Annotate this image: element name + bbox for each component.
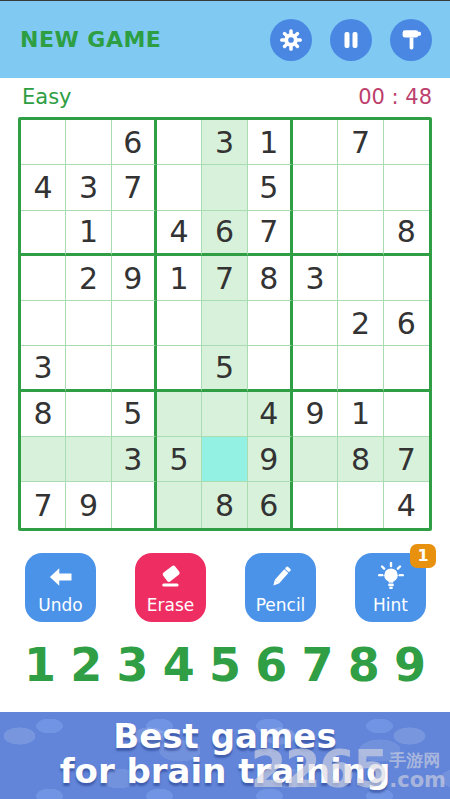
sudoku-cell-r8c2[interactable] — [66, 437, 111, 482]
sudoku-cell-r5c1[interactable] — [21, 301, 66, 346]
sudoku-cell-r3c2[interactable]: 1 — [66, 211, 111, 256]
erase-label: Erase — [147, 595, 194, 615]
sudoku-cell-r6c6[interactable] — [248, 346, 293, 391]
sudoku-cell-r1c5[interactable]: 3 — [202, 120, 247, 165]
sudoku-cell-r1c4[interactable] — [157, 120, 202, 165]
app-screen: NEW GAME — [0, 0, 450, 799]
undo-arrow-icon — [47, 561, 75, 593]
sudoku-cell-r5c2[interactable] — [66, 301, 111, 346]
sudoku-cell-r7c4[interactable] — [157, 392, 202, 437]
sudoku-cell-r2c6[interactable]: 5 — [248, 165, 293, 210]
hint-button[interactable]: 1 Hint — [355, 553, 426, 622]
sudoku-cell-r7c6[interactable]: 4 — [248, 392, 293, 437]
numpad-2[interactable]: 2 — [70, 642, 102, 688]
sudoku-cell-r6c4[interactable] — [157, 346, 202, 391]
sudoku-cell-r7c1[interactable]: 8 — [21, 392, 66, 437]
new-game-button[interactable]: NEW GAME — [20, 27, 161, 52]
sudoku-cell-r2c5[interactable] — [202, 165, 247, 210]
sudoku-cell-r1c1[interactable] — [21, 120, 66, 165]
sudoku-cell-r5c7[interactable] — [293, 301, 338, 346]
sudoku-cell-r2c1[interactable]: 4 — [21, 165, 66, 210]
sudoku-cell-r5c9[interactable]: 6 — [384, 301, 429, 346]
banner-line-1: Best games — [0, 719, 450, 754]
hint-badge: 1 — [410, 544, 436, 568]
gear-icon — [278, 27, 304, 53]
topbar-buttons — [270, 19, 432, 61]
sudoku-cell-r6c5[interactable]: 5 — [202, 346, 247, 391]
pencil-label: Pencil — [256, 595, 306, 615]
sudoku-cell-r1c3[interactable]: 6 — [112, 120, 157, 165]
sudoku-cell-r4c1[interactable] — [21, 256, 66, 301]
top-bar: NEW GAME — [0, 0, 450, 78]
sudoku-cell-r6c1[interactable]: 3 — [21, 346, 66, 391]
sudoku-cell-r2c9[interactable] — [384, 165, 429, 210]
sudoku-cell-r2c3[interactable]: 7 — [112, 165, 157, 210]
sudoku-cell-r9c3[interactable] — [112, 482, 157, 527]
pause-button[interactable] — [330, 19, 372, 61]
number-pad: 123456789 — [0, 642, 450, 688]
sudoku-cell-r4c8[interactable] — [338, 256, 383, 301]
sudoku-cell-r5c5[interactable] — [202, 301, 247, 346]
numpad-3[interactable]: 3 — [116, 642, 148, 688]
erase-button[interactable]: Erase — [135, 553, 206, 622]
sudoku-cell-r8c5[interactable] — [202, 437, 247, 482]
sudoku-cell-r1c6[interactable]: 1 — [248, 120, 293, 165]
sudoku-cell-r3c7[interactable] — [293, 211, 338, 256]
sudoku-cell-r5c6[interactable] — [248, 301, 293, 346]
sudoku-cell-r4c5[interactable]: 7 — [202, 256, 247, 301]
pencil-button[interactable]: Pencil — [245, 553, 316, 622]
sudoku-cell-r9c5[interactable]: 8 — [202, 482, 247, 527]
theme-button[interactable] — [390, 19, 432, 61]
sudoku-cell-r6c9[interactable] — [384, 346, 429, 391]
sudoku-cell-r7c8[interactable]: 1 — [338, 392, 383, 437]
sudoku-cell-r8c9[interactable]: 7 — [384, 437, 429, 482]
sudoku-cell-r5c8[interactable]: 2 — [338, 301, 383, 346]
sudoku-cell-r9c7[interactable] — [293, 482, 338, 527]
sudoku-cell-r3c4[interactable]: 4 — [157, 211, 202, 256]
timer: 00 : 48 — [358, 85, 432, 109]
sudoku-cell-r7c3[interactable]: 5 — [112, 392, 157, 437]
undo-button[interactable]: Undo — [25, 553, 96, 622]
hint-label: Hint — [373, 595, 408, 615]
ad-banner[interactable]: Best games for brain training 2265 手游网 .… — [0, 712, 450, 799]
sudoku-cell-r4c9[interactable] — [384, 256, 429, 301]
sudoku-cell-r6c3[interactable] — [112, 346, 157, 391]
sudoku-cell-r3c3[interactable] — [112, 211, 157, 256]
paint-roller-icon — [399, 27, 424, 52]
sudoku-cell-r8c3[interactable]: 3 — [112, 437, 157, 482]
sudoku-cell-r7c7[interactable]: 9 — [293, 392, 338, 437]
sudoku-cell-r2c8[interactable] — [338, 165, 383, 210]
sudoku-cell-r8c1[interactable] — [21, 437, 66, 482]
sudoku-cell-r9c2[interactable]: 9 — [66, 482, 111, 527]
numpad-9[interactable]: 9 — [394, 642, 426, 688]
settings-button[interactable] — [270, 19, 312, 61]
sudoku-cell-r4c2[interactable]: 2 — [66, 256, 111, 301]
sudoku-cell-r6c7[interactable] — [293, 346, 338, 391]
sudoku-cell-r9c1[interactable]: 7 — [21, 482, 66, 527]
sudoku-cell-r4c4[interactable]: 1 — [157, 256, 202, 301]
sudoku-cell-r8c4[interactable]: 5 — [157, 437, 202, 482]
toolbar: Undo Erase — [0, 553, 450, 622]
sudoku-cell-r2c7[interactable] — [293, 165, 338, 210]
lightbulb-icon — [376, 561, 406, 593]
sudoku-cell-r3c6[interactable]: 7 — [248, 211, 293, 256]
sudoku-cell-r7c5[interactable] — [202, 392, 247, 437]
sudoku-cell-r9c6[interactable]: 6 — [248, 482, 293, 527]
banner-line-2: for brain training — [0, 754, 450, 789]
numpad-5[interactable]: 5 — [209, 642, 241, 688]
numpad-1[interactable]: 1 — [24, 642, 56, 688]
pause-icon — [339, 28, 363, 52]
sudoku-cell-r5c4[interactable] — [157, 301, 202, 346]
sudoku-cell-r4c6[interactable]: 8 — [248, 256, 293, 301]
pencil-icon — [267, 561, 295, 593]
sudoku-cell-r4c3[interactable]: 9 — [112, 256, 157, 301]
undo-label: Undo — [38, 595, 82, 615]
sudoku-cell-r4c7[interactable]: 3 — [293, 256, 338, 301]
sudoku-cell-r1c7[interactable] — [293, 120, 338, 165]
sudoku-cell-r8c8[interactable]: 8 — [338, 437, 383, 482]
sudoku-cell-r3c5[interactable]: 6 — [202, 211, 247, 256]
sudoku-cell-r7c2[interactable] — [66, 392, 111, 437]
sudoku-board: 63174375146782917832635854913598779864 — [18, 117, 432, 531]
sudoku-cell-r2c2[interactable]: 3 — [66, 165, 111, 210]
sudoku-cell-r3c1[interactable] — [21, 211, 66, 256]
sudoku-cell-r6c8[interactable] — [338, 346, 383, 391]
difficulty-label: Easy — [22, 85, 72, 109]
sudoku-cell-r8c6[interactable]: 9 — [248, 437, 293, 482]
sudoku-cell-r3c8[interactable] — [338, 211, 383, 256]
sudoku-cell-r1c9[interactable] — [384, 120, 429, 165]
sudoku-cell-r8c7[interactable] — [293, 437, 338, 482]
banner-text: Best games for brain training — [0, 719, 450, 788]
sudoku-cell-r5c3[interactable] — [112, 301, 157, 346]
numpad-7[interactable]: 7 — [301, 642, 333, 688]
eraser-icon — [157, 561, 185, 593]
numpad-4[interactable]: 4 — [163, 642, 195, 688]
sudoku-cell-r2c4[interactable] — [157, 165, 202, 210]
sudoku-cell-r9c8[interactable] — [338, 482, 383, 527]
sudoku-cell-r6c2[interactable] — [66, 346, 111, 391]
sudoku-cell-r9c9[interactable]: 4 — [384, 482, 429, 527]
numpad-8[interactable]: 8 — [348, 642, 380, 688]
numpad-6[interactable]: 6 — [255, 642, 287, 688]
sudoku-cell-r9c4[interactable] — [157, 482, 202, 527]
sudoku-cell-r1c8[interactable]: 7 — [338, 120, 383, 165]
sudoku-cell-r7c9[interactable] — [384, 392, 429, 437]
sudoku-cell-r1c2[interactable] — [66, 120, 111, 165]
status-row: Easy 00 : 48 — [0, 78, 450, 116]
sudoku-cell-r3c9[interactable]: 8 — [384, 211, 429, 256]
